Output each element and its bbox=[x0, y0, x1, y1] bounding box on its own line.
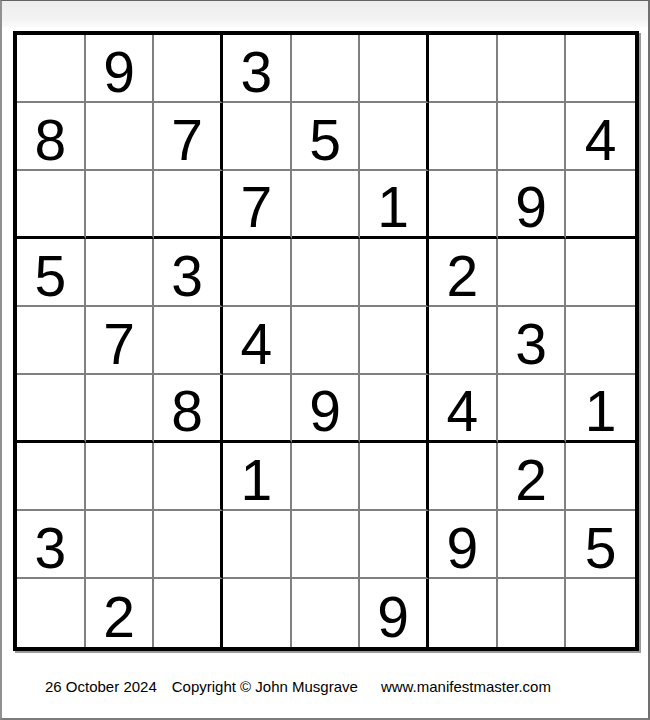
sudoku-cell-r2c1: 8 bbox=[17, 103, 86, 171]
sudoku-cell-r7c3 bbox=[154, 443, 223, 511]
sudoku-cell-r4c4 bbox=[223, 239, 292, 307]
sudoku-cell-r6c2 bbox=[86, 375, 155, 443]
sudoku-cell-r8c1: 3 bbox=[17, 511, 86, 579]
sudoku-cell-r2c6 bbox=[360, 103, 429, 171]
sudoku-cell-r8c6 bbox=[360, 511, 429, 579]
page: 93875471953274389411239529 26 October 20… bbox=[0, 0, 650, 720]
sudoku-cell-r6c9: 1 bbox=[566, 375, 635, 443]
sudoku-cell-r2c5: 5 bbox=[292, 103, 361, 171]
sudoku-cell-r3c4: 7 bbox=[223, 171, 292, 239]
sudoku-cell-r7c9 bbox=[566, 443, 635, 511]
sudoku-cell-r4c9 bbox=[566, 239, 635, 307]
sudoku-cell-r6c4 bbox=[223, 375, 292, 443]
page-top-band bbox=[2, 1, 648, 27]
sudoku-cell-r9c2: 2 bbox=[86, 579, 155, 647]
sudoku-cell-r6c8 bbox=[498, 375, 567, 443]
sudoku-cell-r7c4: 1 bbox=[223, 443, 292, 511]
sudoku-cell-r8c2 bbox=[86, 511, 155, 579]
sudoku-cell-r9c8 bbox=[498, 579, 567, 647]
sudoku-cell-r4c6 bbox=[360, 239, 429, 307]
sudoku-cell-r2c8 bbox=[498, 103, 567, 171]
sudoku-cell-r2c9: 4 bbox=[566, 103, 635, 171]
sudoku-cell-r9c6: 9 bbox=[360, 579, 429, 647]
sudoku-cell-r4c2 bbox=[86, 239, 155, 307]
sudoku-cell-r5c8: 3 bbox=[498, 307, 567, 375]
sudoku-cell-r3c1 bbox=[17, 171, 86, 239]
sudoku-cell-r5c5 bbox=[292, 307, 361, 375]
sudoku-cell-r1c8 bbox=[498, 35, 567, 103]
sudoku-cell-r2c3: 7 bbox=[154, 103, 223, 171]
sudoku-cell-r2c2 bbox=[86, 103, 155, 171]
sudoku-cell-r8c9: 5 bbox=[566, 511, 635, 579]
sudoku-cell-r9c7 bbox=[429, 579, 498, 647]
sudoku-cell-r7c6 bbox=[360, 443, 429, 511]
sudoku-cell-r6c1 bbox=[17, 375, 86, 443]
sudoku-cell-r1c4: 3 bbox=[223, 35, 292, 103]
sudoku-cell-r4c1: 5 bbox=[17, 239, 86, 307]
sudoku-cell-r2c7 bbox=[429, 103, 498, 171]
sudoku-cell-r8c8 bbox=[498, 511, 567, 579]
sudoku-cell-r3c6: 1 bbox=[360, 171, 429, 239]
sudoku-cell-r9c1 bbox=[17, 579, 86, 647]
sudoku-cell-r7c7 bbox=[429, 443, 498, 511]
sudoku-cell-r5c2: 7 bbox=[86, 307, 155, 375]
sudoku-cell-r1c5 bbox=[292, 35, 361, 103]
sudoku-cell-r2c4 bbox=[223, 103, 292, 171]
sudoku-cell-r7c8: 2 bbox=[498, 443, 567, 511]
sudoku-cell-r9c3 bbox=[154, 579, 223, 647]
sudoku-cell-r5c3 bbox=[154, 307, 223, 375]
sudoku-cell-r3c3 bbox=[154, 171, 223, 239]
sudoku-cell-r3c8: 9 bbox=[498, 171, 567, 239]
sudoku-cell-r1c9 bbox=[566, 35, 635, 103]
sudoku-cell-r1c7 bbox=[429, 35, 498, 103]
footer-copyright: Copyright © John Musgrave bbox=[172, 678, 358, 695]
sudoku-cell-r4c3: 3 bbox=[154, 239, 223, 307]
sudoku-cell-r5c9 bbox=[566, 307, 635, 375]
footer-date: 26 October 2024 bbox=[45, 678, 157, 695]
sudoku-cell-r5c7 bbox=[429, 307, 498, 375]
sudoku-cell-r3c7 bbox=[429, 171, 498, 239]
sudoku-cell-r5c6 bbox=[360, 307, 429, 375]
sudoku-cell-r1c3 bbox=[154, 35, 223, 103]
sudoku-cell-r3c9 bbox=[566, 171, 635, 239]
sudoku-cell-r4c5 bbox=[292, 239, 361, 307]
sudoku-cell-r7c5 bbox=[292, 443, 361, 511]
sudoku-cell-r8c7: 9 bbox=[429, 511, 498, 579]
sudoku-cell-r5c1 bbox=[17, 307, 86, 375]
sudoku-cell-r5c4: 4 bbox=[223, 307, 292, 375]
sudoku-cell-r9c9 bbox=[566, 579, 635, 647]
sudoku-cell-r6c3: 8 bbox=[154, 375, 223, 443]
footer: 26 October 2024Copyright © John Musgrave… bbox=[45, 678, 551, 695]
sudoku-board: 93875471953274389411239529 bbox=[13, 31, 639, 651]
sudoku-cell-r6c7: 4 bbox=[429, 375, 498, 443]
sudoku-cell-r6c5: 9 bbox=[292, 375, 361, 443]
footer-website: www.manifestmaster.com bbox=[381, 678, 551, 695]
sudoku-cell-r4c7: 2 bbox=[429, 239, 498, 307]
sudoku-cell-r8c5 bbox=[292, 511, 361, 579]
sudoku-cell-r3c2 bbox=[86, 171, 155, 239]
sudoku-cell-r8c4 bbox=[223, 511, 292, 579]
sudoku-cell-r1c2: 9 bbox=[86, 35, 155, 103]
sudoku-cell-r1c6 bbox=[360, 35, 429, 103]
sudoku-cell-r6c6 bbox=[360, 375, 429, 443]
sudoku-cell-r7c1 bbox=[17, 443, 86, 511]
sudoku-cell-r3c5 bbox=[292, 171, 361, 239]
sudoku-cell-r9c4 bbox=[223, 579, 292, 647]
sudoku-cell-r8c3 bbox=[154, 511, 223, 579]
sudoku-cell-r9c5 bbox=[292, 579, 361, 647]
sudoku-cell-r7c2 bbox=[86, 443, 155, 511]
sudoku-cell-r4c8 bbox=[498, 239, 567, 307]
sudoku-cell-r1c1 bbox=[17, 35, 86, 103]
